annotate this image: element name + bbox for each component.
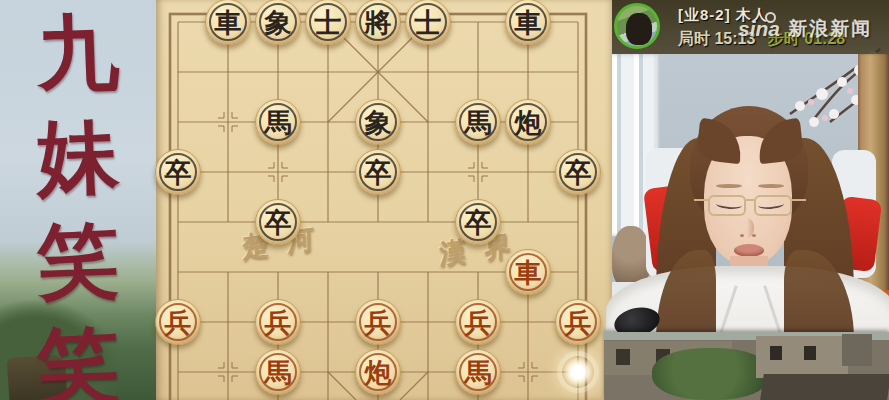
piece-black-卒[interactable]: 卒: [255, 199, 301, 245]
channel-calligraphy: 九 妹 笑 笑: [0, 0, 156, 400]
inset-dark-roof: [760, 374, 889, 400]
highlight-orb: [562, 356, 594, 388]
piece-black-馬[interactable]: 馬: [455, 99, 501, 145]
piece-red-馬[interactable]: 馬: [455, 349, 501, 395]
eyebrow-left: [716, 184, 742, 188]
left-banner: 九 妹 笑 笑: [0, 0, 156, 400]
opponent-avatar: [614, 3, 660, 49]
piece-red-馬[interactable]: 馬: [255, 349, 301, 395]
inset-green-bush: [652, 348, 770, 400]
inset-tower: [842, 334, 872, 366]
calligraphy-char-3: 笑: [0, 205, 158, 314]
piece-red-兵[interactable]: 兵: [455, 299, 501, 345]
piece-black-士[interactable]: 士: [405, 0, 451, 45]
sina-logo-icon: sina: [738, 17, 780, 41]
stream-info-banner: [业8-2] 木人 局时 15:13 步时 01:28 sina 新浪新闻: [612, 0, 889, 54]
xiangqi-board[interactable]: 楚河 漢界 車象士將士車馬象馬炮卒卒卒卒卒車兵兵兵兵兵馬炮馬: [156, 0, 612, 400]
piece-black-卒[interactable]: 卒: [355, 149, 401, 195]
piece-red-炮[interactable]: 炮: [355, 349, 401, 395]
piece-black-卒[interactable]: 卒: [155, 149, 201, 195]
piece-black-車[interactable]: 車: [505, 0, 551, 45]
piece-red-兵[interactable]: 兵: [155, 299, 201, 345]
rimless-glasses: [706, 195, 794, 219]
piece-black-炮[interactable]: 炮: [505, 99, 551, 145]
calligraphy-char-4: 笑: [0, 309, 158, 400]
nostrils: [740, 234, 756, 238]
inset-video: [604, 332, 889, 400]
webcam-panel: [业8-2] 木人 局时 15:13 步时 01:28 sina 新浪新闻: [612, 0, 889, 400]
piece-red-兵[interactable]: 兵: [255, 299, 301, 345]
piece-black-卒[interactable]: 卒: [555, 149, 601, 195]
piece-red-兵[interactable]: 兵: [555, 299, 601, 345]
piece-black-卒[interactable]: 卒: [455, 199, 501, 245]
avatar-person: [626, 13, 652, 45]
piece-red-車[interactable]: 車: [505, 249, 551, 295]
piece-black-士[interactable]: 士: [305, 0, 351, 45]
piece-black-象[interactable]: 象: [255, 0, 301, 45]
sina-news-text: 新浪新闻: [788, 16, 872, 42]
piece-black-象[interactable]: 象: [355, 99, 401, 145]
calligraphy-char-1: 九: [0, 0, 158, 107]
piece-black-將[interactable]: 將: [355, 0, 401, 45]
calligraphy-char-2: 妹: [0, 101, 158, 210]
eyebrow-right: [758, 184, 784, 188]
stream-screenshot: 九 妹 笑 笑 楚河 漢界 車象士將士車馬象馬炮卒卒卒卒卒車兵兵兵兵兵馬炮馬: [0, 0, 889, 400]
piece-black-車[interactable]: 車: [205, 0, 251, 45]
piece-red-兵[interactable]: 兵: [355, 299, 401, 345]
board-grid[interactable]: 車象士將士車馬象馬炮卒卒卒卒卒車兵兵兵兵兵馬炮馬: [153, 0, 603, 397]
piece-black-馬[interactable]: 馬: [255, 99, 301, 145]
inset-building: [756, 336, 848, 378]
sina-watermark: sina 新浪新闻: [738, 16, 872, 42]
